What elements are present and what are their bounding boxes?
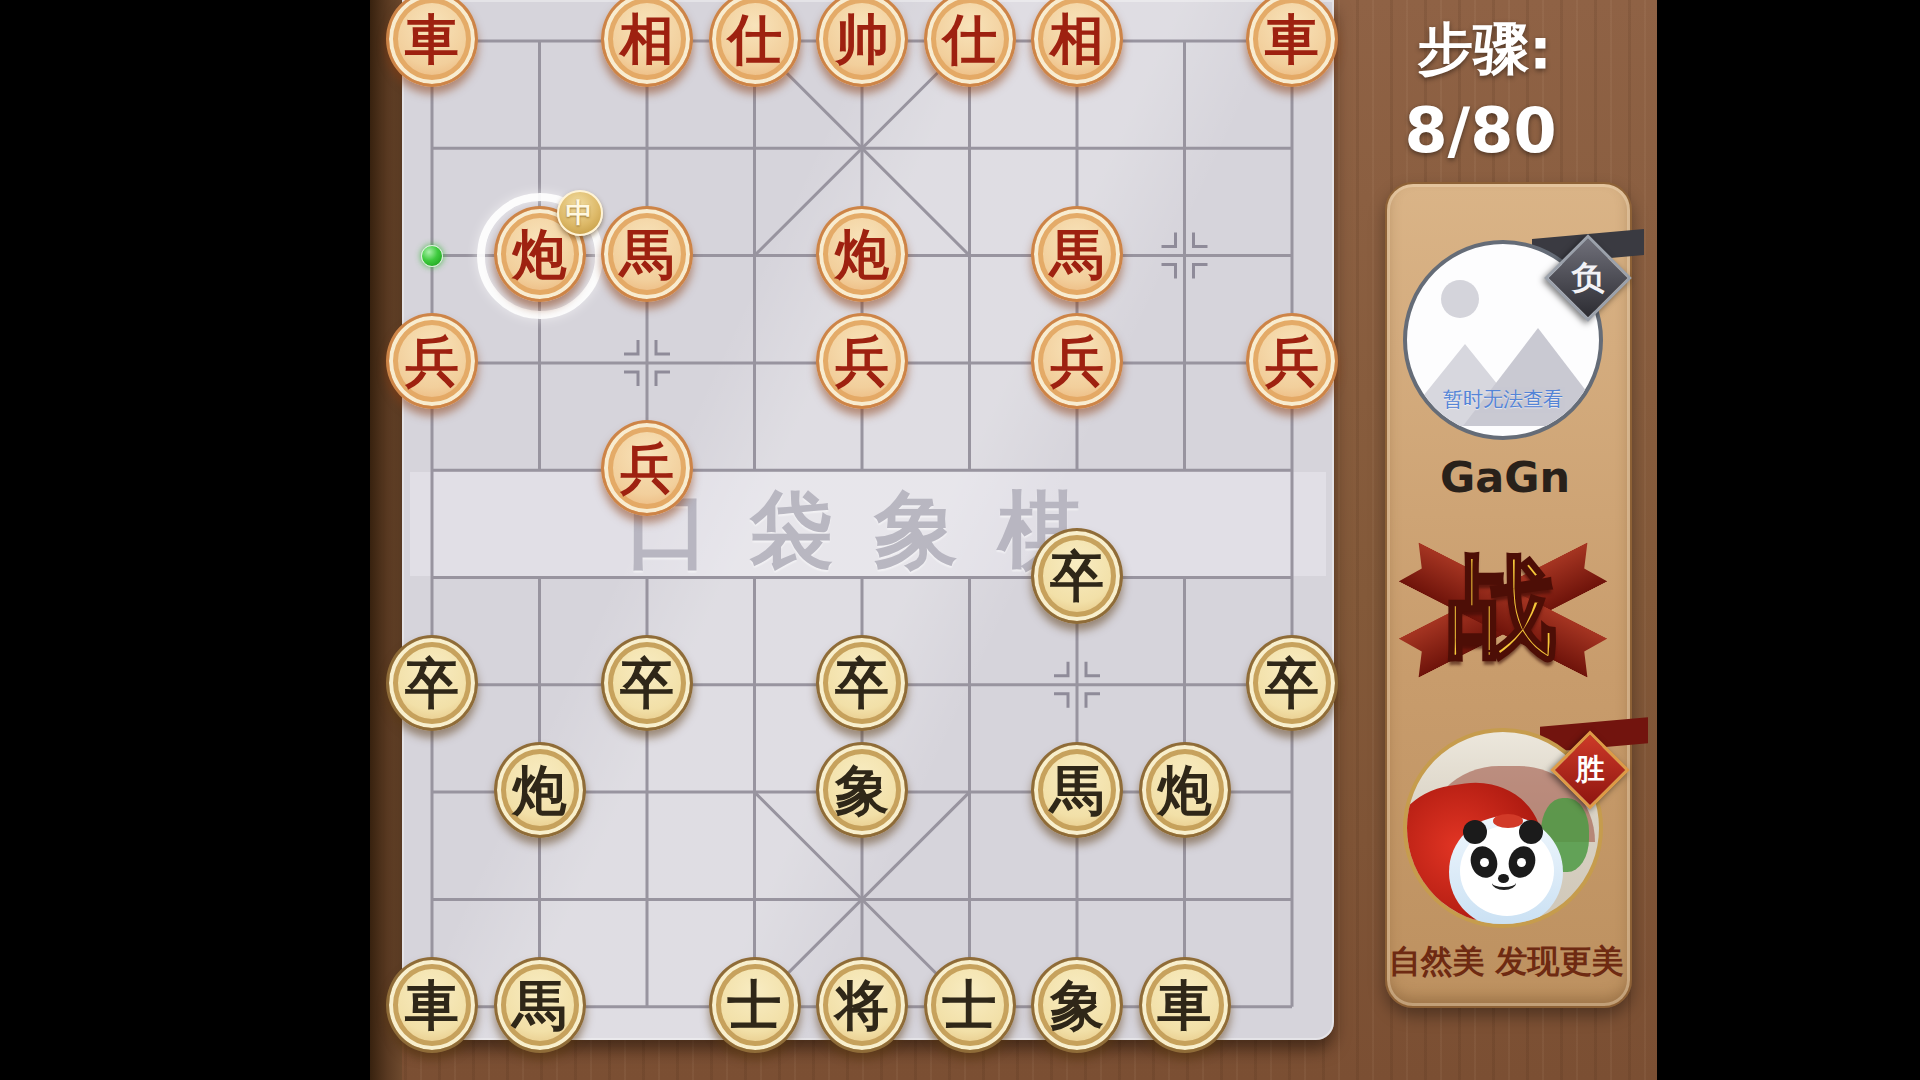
piece-black-馬[interactable]: 馬 xyxy=(1031,742,1123,838)
piece-glyph: 仕 xyxy=(943,12,997,66)
piece-red-炮[interactable]: 炮 xyxy=(816,206,908,302)
piece-glyph: 炮 xyxy=(835,227,889,281)
piece-glyph: 帅 xyxy=(835,12,889,66)
piece-glyph: 馬 xyxy=(513,978,567,1032)
piece-black-卒[interactable]: 卒 xyxy=(601,635,693,731)
board-frame-left xyxy=(370,0,402,1080)
piece-glyph: 将 xyxy=(835,978,889,1032)
piece-black-馬[interactable]: 馬 xyxy=(494,957,586,1053)
piece-glyph: 車 xyxy=(405,12,459,66)
piece-red-兵[interactable]: 兵 xyxy=(601,420,693,516)
piece-glyph: 相 xyxy=(620,12,674,66)
piece-black-車[interactable]: 車 xyxy=(1139,957,1231,1053)
piece-glyph: 車 xyxy=(405,978,459,1032)
piece-glyph: 兵 xyxy=(1265,334,1319,388)
piece-glyph: 士 xyxy=(728,978,782,1032)
piece-black-卒[interactable]: 卒 xyxy=(816,635,908,731)
piece-black-卒[interactable]: 卒 xyxy=(1246,635,1338,731)
piece-glyph: 仕 xyxy=(728,12,782,66)
piece-glyph: 卒 xyxy=(1265,656,1319,710)
move-quality-badge: 中 xyxy=(557,190,603,236)
piece-red-兵[interactable]: 兵 xyxy=(386,313,478,409)
piece-glyph: 卒 xyxy=(1050,549,1104,603)
piece-glyph: 炮 xyxy=(513,763,567,817)
avatar-unavailable-note: 暂时无法查看 xyxy=(1407,386,1599,413)
piece-glyph: 象 xyxy=(835,763,889,817)
piece-black-象[interactable]: 象 xyxy=(816,742,908,838)
piece-red-兵[interactable]: 兵 xyxy=(1246,313,1338,409)
watermark-char: 象 xyxy=(874,474,958,588)
move-quality-text: 中 xyxy=(566,195,593,231)
move-origin-dot xyxy=(421,245,443,267)
piece-glyph: 炮 xyxy=(1158,763,1212,817)
game-screen: 口袋象棋 車相仕帅仕相車炮馬炮馬兵兵兵兵兵卒卒卒卒卒炮象馬炮車馬士将士象車 中 … xyxy=(0,0,1920,1080)
steps-counter: 8/80 xyxy=(1378,94,1583,167)
piece-glyph: 兵 xyxy=(835,334,889,388)
piece-black-将[interactable]: 将 xyxy=(816,957,908,1053)
piece-glyph: 馬 xyxy=(1050,227,1104,281)
piece-glyph: 卒 xyxy=(620,656,674,710)
avatar-caption: 自然美 发现更美 xyxy=(1381,940,1631,984)
piece-black-炮[interactable]: 炮 xyxy=(494,742,586,838)
piece-black-卒[interactable]: 卒 xyxy=(1031,528,1123,624)
piece-glyph: 卒 xyxy=(405,656,459,710)
piece-glyph: 兵 xyxy=(1050,334,1104,388)
panda-mascot-icon xyxy=(1455,818,1559,922)
player-name: GaGn xyxy=(1385,452,1625,502)
battle-banner: 战 xyxy=(1402,538,1602,678)
piece-glyph: 車 xyxy=(1158,978,1212,1032)
win-badge-text: 胜 xyxy=(1576,750,1605,790)
piece-red-馬[interactable]: 馬 xyxy=(601,206,693,302)
piece-red-兵[interactable]: 兵 xyxy=(1031,313,1123,409)
piece-glyph: 士 xyxy=(943,978,997,1032)
piece-glyph: 象 xyxy=(1050,978,1104,1032)
piece-black-士[interactable]: 士 xyxy=(924,957,1016,1053)
piece-black-炮[interactable]: 炮 xyxy=(1139,742,1231,838)
watermark-char: 袋 xyxy=(750,474,834,588)
piece-black-象[interactable]: 象 xyxy=(1031,957,1123,1053)
piece-glyph: 兵 xyxy=(620,441,674,495)
piece-red-馬[interactable]: 馬 xyxy=(1031,206,1123,302)
image-placeholder-sun-icon xyxy=(1441,280,1479,318)
piece-glyph: 兵 xyxy=(405,334,459,388)
loss-badge-text: 负 xyxy=(1572,256,1605,301)
piece-black-士[interactable]: 士 xyxy=(709,957,801,1053)
app-watermark: 口袋象棋 xyxy=(626,474,1082,588)
piece-glyph: 馬 xyxy=(1050,763,1104,817)
xiangqi-board[interactable]: 口袋象棋 車相仕帅仕相車炮馬炮馬兵兵兵兵兵卒卒卒卒卒炮象馬炮車馬士将士象車 中 xyxy=(402,0,1334,1040)
piece-glyph: 車 xyxy=(1265,12,1319,66)
piece-black-卒[interactable]: 卒 xyxy=(386,635,478,731)
piece-glyph: 馬 xyxy=(620,227,674,281)
piece-glyph: 卒 xyxy=(835,656,889,710)
piece-glyph: 相 xyxy=(1050,12,1104,66)
steps-label: 步骤: xyxy=(1382,12,1587,88)
piece-red-兵[interactable]: 兵 xyxy=(816,313,908,409)
piece-black-車[interactable]: 車 xyxy=(386,957,478,1053)
piece-glyph: 炮 xyxy=(513,227,567,281)
